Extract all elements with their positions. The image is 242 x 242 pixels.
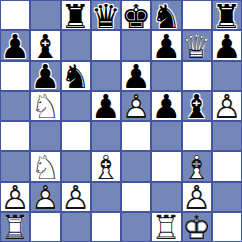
square-a5[interactable] <box>0 91 30 121</box>
square-b3[interactable]: ♞♘ <box>30 151 60 181</box>
piece-white-pawn[interactable]: ♟♙ <box>61 182 91 212</box>
square-a7[interactable]: ♟ <box>0 30 30 60</box>
square-g8[interactable] <box>182 0 212 30</box>
piece-white-knight[interactable]: ♞♘ <box>30 151 60 181</box>
square-a2[interactable]: ♟♙ <box>0 182 30 212</box>
square-c6[interactable]: ♞ <box>61 61 91 91</box>
piece-white-bishop[interactable]: ♝♗ <box>182 151 212 181</box>
piece-glyph-outline: ♕ <box>182 31 212 61</box>
piece-glyph-outline: ♙ <box>121 92 151 122</box>
square-h5[interactable]: ♟♙ <box>212 91 242 121</box>
piece-black-pawn[interactable]: ♟ <box>151 91 181 121</box>
square-g3[interactable]: ♝♗ <box>182 151 212 181</box>
piece-glyph-fill: ♟ <box>91 92 121 122</box>
square-b8[interactable] <box>30 0 60 30</box>
square-g5[interactable]: ♝ <box>182 91 212 121</box>
piece-black-king[interactable]: ♚ <box>121 0 151 30</box>
square-g4[interactable] <box>182 121 212 151</box>
square-f1[interactable]: ♜♖ <box>151 212 181 242</box>
square-b7[interactable]: ♝ <box>30 30 60 60</box>
piece-white-rook[interactable]: ♜♖ <box>151 212 181 242</box>
square-c7[interactable] <box>61 30 91 60</box>
piece-black-knight[interactable]: ♞ <box>151 0 181 30</box>
square-g7[interactable]: ♛♕ <box>182 30 212 60</box>
square-c2[interactable]: ♟♙ <box>61 182 91 212</box>
square-d6[interactable] <box>91 61 121 91</box>
piece-black-pawn[interactable]: ♟ <box>121 61 151 91</box>
piece-white-pawn[interactable]: ♟♙ <box>0 182 30 212</box>
square-h7[interactable]: ♟ <box>212 30 242 60</box>
piece-black-pawn[interactable]: ♟ <box>212 30 242 60</box>
square-e1[interactable] <box>121 212 151 242</box>
piece-white-pawn[interactable]: ♟♙ <box>182 182 212 212</box>
square-a1[interactable]: ♜♖ <box>0 212 30 242</box>
square-e3[interactable] <box>121 151 151 181</box>
square-a8[interactable] <box>0 0 30 30</box>
piece-glyph-outline: ♗ <box>91 152 121 182</box>
piece-glyph-fill: ♟ <box>0 31 30 61</box>
square-f4[interactable] <box>151 121 181 151</box>
piece-black-queen[interactable]: ♛ <box>91 0 121 30</box>
piece-white-knight[interactable]: ♞♘ <box>30 91 60 121</box>
square-h3[interactable] <box>212 151 242 181</box>
square-h4[interactable] <box>212 121 242 151</box>
piece-glyph-outline: ♖ <box>151 213 181 242</box>
piece-glyph-fill: ♟ <box>212 31 242 61</box>
square-e7[interactable] <box>121 30 151 60</box>
piece-glyph-outline: ♙ <box>61 183 91 213</box>
square-c1[interactable] <box>61 212 91 242</box>
square-e4[interactable] <box>121 121 151 151</box>
square-e6[interactable]: ♟ <box>121 61 151 91</box>
piece-black-pawn[interactable]: ♟ <box>0 30 30 60</box>
piece-black-pawn[interactable]: ♟ <box>151 30 181 60</box>
piece-glyph-fill: ♜ <box>61 1 91 31</box>
chess-board: ♜♛♚♞♜♟♝♟♛♕♟♟♞♟♞♘♟♟♙♟♝♟♙♞♘♝♗♝♗♟♙♟♙♟♙♟♙♜♖♜… <box>0 0 242 242</box>
square-f2[interactable] <box>151 182 181 212</box>
square-a4[interactable] <box>0 121 30 151</box>
piece-glyph-outline: ♙ <box>30 183 60 213</box>
square-f6[interactable] <box>151 61 181 91</box>
square-b2[interactable]: ♟♙ <box>30 182 60 212</box>
square-e2[interactable] <box>121 182 151 212</box>
piece-white-pawn[interactable]: ♟♙ <box>121 91 151 121</box>
piece-glyph-outline: ♙ <box>212 92 242 122</box>
piece-white-pawn[interactable]: ♟♙ <box>212 91 242 121</box>
square-h1[interactable] <box>212 212 242 242</box>
square-d7[interactable] <box>91 30 121 60</box>
square-h2[interactable] <box>212 182 242 212</box>
square-d2[interactable] <box>91 182 121 212</box>
square-f3[interactable] <box>151 151 181 181</box>
piece-black-bishop[interactable]: ♝ <box>30 30 60 60</box>
square-d8[interactable]: ♛ <box>91 0 121 30</box>
piece-white-bishop[interactable]: ♝♗ <box>91 151 121 181</box>
square-a3[interactable] <box>0 151 30 181</box>
square-b4[interactable] <box>30 121 60 151</box>
square-f7[interactable]: ♟ <box>151 30 181 60</box>
piece-black-pawn[interactable]: ♟ <box>91 91 121 121</box>
piece-black-knight[interactable]: ♞ <box>61 61 91 91</box>
piece-white-king[interactable]: ♚♔ <box>182 212 212 242</box>
square-c5[interactable] <box>61 91 91 121</box>
square-c3[interactable] <box>61 151 91 181</box>
piece-glyph-fill: ♟ <box>151 31 181 61</box>
square-g1[interactable]: ♚♔ <box>182 212 212 242</box>
piece-white-rook[interactable]: ♜♖ <box>0 212 30 242</box>
piece-glyph-fill: ♚ <box>121 1 151 31</box>
square-c4[interactable] <box>61 121 91 151</box>
piece-glyph-fill: ♛ <box>91 1 121 31</box>
piece-glyph-fill: ♞ <box>61 62 91 92</box>
piece-black-rook[interactable]: ♜ <box>61 0 91 30</box>
piece-white-pawn[interactable]: ♟♙ <box>30 182 60 212</box>
square-h8[interactable]: ♜ <box>212 0 242 30</box>
square-f8[interactable]: ♞ <box>151 0 181 30</box>
square-d5[interactable]: ♟ <box>91 91 121 121</box>
square-d3[interactable]: ♝♗ <box>91 151 121 181</box>
piece-glyph-outline: ♘ <box>30 92 60 122</box>
square-b6[interactable]: ♟ <box>30 61 60 91</box>
square-d4[interactable] <box>91 121 121 151</box>
piece-glyph-outline: ♖ <box>0 213 30 242</box>
square-e5[interactable]: ♟♙ <box>121 91 151 121</box>
square-e8[interactable]: ♚ <box>121 0 151 30</box>
square-b5[interactable]: ♞♘ <box>30 91 60 121</box>
piece-glyph-fill: ♟ <box>151 92 181 122</box>
square-a6[interactable] <box>0 61 30 91</box>
piece-black-bishop[interactable]: ♝ <box>182 91 212 121</box>
square-g6[interactable] <box>182 61 212 91</box>
piece-black-pawn[interactable]: ♟ <box>30 61 60 91</box>
square-g2[interactable]: ♟♙ <box>182 182 212 212</box>
square-h6[interactable] <box>212 61 242 91</box>
square-c8[interactable]: ♜ <box>61 0 91 30</box>
piece-black-rook[interactable]: ♜ <box>212 0 242 30</box>
square-b1[interactable] <box>30 212 60 242</box>
square-f5[interactable]: ♟ <box>151 91 181 121</box>
square-d1[interactable] <box>91 212 121 242</box>
piece-white-queen[interactable]: ♛♕ <box>182 30 212 60</box>
piece-glyph-fill: ♝ <box>182 92 212 122</box>
piece-glyph-outline: ♔ <box>182 213 212 242</box>
